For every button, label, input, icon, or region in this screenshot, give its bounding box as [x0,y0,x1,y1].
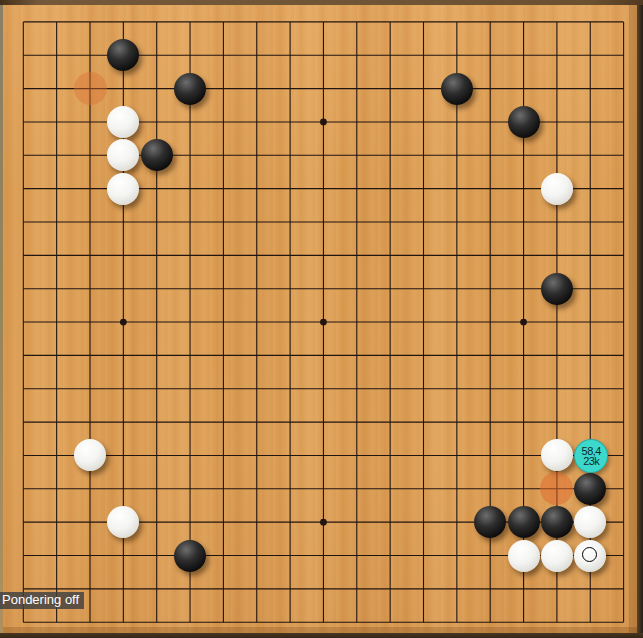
stone-black [508,506,540,538]
stone-white [107,173,139,205]
window-edge-right [637,5,643,638]
stone-black [574,473,606,505]
pondering-status-label: Pondering off [0,592,84,609]
stone-black [541,506,573,538]
stone-black [508,106,540,138]
stone-black [441,73,473,105]
best-move-visits: 23k [583,456,599,467]
stone-black [541,273,573,305]
stone-black [174,73,206,105]
board-edge-right-shade [629,5,637,638]
stone-black [141,139,173,171]
candidate-move-circle[interactable] [74,72,107,105]
stone-black [174,540,206,572]
app-window: 58,4 23k Pondering off [0,0,643,638]
stone-white [508,540,540,572]
window-edge-left [0,5,3,638]
window-edge-top [0,0,643,5]
window-edge-bottom [0,633,643,638]
stone-white [541,540,573,572]
stone-white [541,173,573,205]
